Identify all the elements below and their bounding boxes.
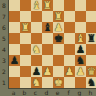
chess-board[interactable]: ♝♜♜♜♝♟♚♝♜♞♟♟♞♟♟♟♟♛♞♚♞ bbox=[8, 0, 96, 88]
white-knight[interactable]: ♞ bbox=[31, 77, 42, 88]
square-b4[interactable] bbox=[20, 44, 31, 55]
square-e5[interactable]: ♚ bbox=[53, 33, 64, 44]
rank-label-4: 4 bbox=[0, 44, 8, 55]
square-b5[interactable] bbox=[20, 33, 31, 44]
square-b6[interactable]: ♜ bbox=[20, 22, 31, 33]
file-label-e: e bbox=[52, 89, 63, 96]
white-rook[interactable]: ♜ bbox=[20, 22, 31, 33]
square-g2[interactable]: ♟ bbox=[75, 66, 86, 77]
file-label-a: a bbox=[8, 89, 19, 96]
square-f2[interactable]: ♟ bbox=[64, 66, 75, 77]
rank-label-1: 1 bbox=[0, 77, 8, 88]
square-c8[interactable]: ♝ bbox=[31, 0, 42, 11]
black-king[interactable]: ♚ bbox=[53, 33, 64, 44]
rank-label-5: 5 bbox=[0, 33, 8, 44]
rank-labels: 87654321 bbox=[0, 0, 8, 88]
file-label-f: f bbox=[63, 89, 74, 96]
square-a7[interactable] bbox=[9, 11, 20, 22]
square-g8[interactable] bbox=[75, 0, 86, 11]
square-a2[interactable] bbox=[9, 66, 20, 77]
square-c6[interactable] bbox=[31, 22, 42, 33]
white-bishop[interactable]: ♝ bbox=[31, 0, 42, 11]
white-rook[interactable]: ♜ bbox=[42, 0, 53, 11]
square-f4[interactable] bbox=[64, 44, 75, 55]
square-h5[interactable]: ♜ bbox=[86, 33, 96, 44]
square-f8[interactable] bbox=[64, 0, 75, 11]
square-d2[interactable]: ♟ bbox=[42, 66, 53, 77]
square-h7[interactable] bbox=[86, 11, 96, 22]
white-pawn[interactable]: ♟ bbox=[75, 66, 86, 77]
white-pawn[interactable]: ♟ bbox=[64, 66, 75, 77]
rank-label-6: 6 bbox=[0, 22, 8, 33]
square-f5[interactable] bbox=[64, 33, 75, 44]
square-e3[interactable] bbox=[53, 55, 64, 66]
black-bishop[interactable]: ♝ bbox=[42, 22, 53, 33]
square-e1[interactable]: ♚ bbox=[53, 77, 64, 88]
square-a3[interactable]: ♟ bbox=[9, 55, 20, 66]
file-label-g: g bbox=[74, 89, 85, 96]
black-pawn[interactable]: ♟ bbox=[9, 55, 20, 66]
square-b3[interactable] bbox=[20, 55, 31, 66]
square-d6[interactable]: ♝ bbox=[42, 22, 53, 33]
square-c4[interactable]: ♞ bbox=[31, 44, 42, 55]
square-h4[interactable] bbox=[86, 44, 96, 55]
square-c7[interactable] bbox=[31, 11, 42, 22]
square-f7[interactable] bbox=[64, 11, 75, 22]
rank-label-7: 7 bbox=[0, 11, 8, 22]
rank-label-8: 8 bbox=[0, 0, 8, 11]
square-a5[interactable] bbox=[9, 33, 20, 44]
square-d1[interactable] bbox=[42, 77, 53, 88]
square-a6[interactable] bbox=[9, 22, 20, 33]
square-b1[interactable] bbox=[20, 77, 31, 88]
square-d8[interactable]: ♜ bbox=[42, 0, 53, 11]
square-a8[interactable] bbox=[9, 0, 20, 11]
black-knight[interactable]: ♞ bbox=[86, 77, 96, 88]
square-f1[interactable] bbox=[64, 77, 75, 88]
chess-board-frame: 87654321 ♝♜♜♜♝♟♚♝♜♞♟♟♞♟♟♟♟♛♞♚♞ abcdefgh bbox=[0, 0, 96, 96]
rank-label-2: 2 bbox=[0, 66, 8, 77]
file-label-c: c bbox=[30, 89, 41, 96]
square-d5[interactable] bbox=[42, 33, 53, 44]
black-rook[interactable]: ♜ bbox=[86, 33, 96, 44]
square-d4[interactable] bbox=[42, 44, 53, 55]
square-h1[interactable]: ♞ bbox=[86, 77, 96, 88]
board-corner bbox=[0, 88, 8, 96]
square-g7[interactable] bbox=[75, 11, 86, 22]
file-labels: abcdefgh bbox=[8, 88, 96, 96]
white-knight[interactable]: ♞ bbox=[31, 44, 42, 55]
square-g1[interactable] bbox=[75, 77, 86, 88]
file-label-b: b bbox=[19, 89, 30, 96]
rank-label-3: 3 bbox=[0, 55, 8, 66]
white-king[interactable]: ♚ bbox=[53, 77, 64, 88]
square-c1[interactable]: ♞ bbox=[31, 77, 42, 88]
file-label-d: d bbox=[41, 89, 52, 96]
square-e4[interactable] bbox=[53, 44, 64, 55]
square-a1[interactable] bbox=[9, 77, 20, 88]
file-label-h: h bbox=[85, 89, 96, 96]
white-pawn[interactable]: ♟ bbox=[42, 66, 53, 77]
square-f6[interactable] bbox=[64, 22, 75, 33]
square-b2[interactable] bbox=[20, 66, 31, 77]
square-h8[interactable] bbox=[86, 0, 96, 11]
square-b8[interactable] bbox=[20, 0, 31, 11]
